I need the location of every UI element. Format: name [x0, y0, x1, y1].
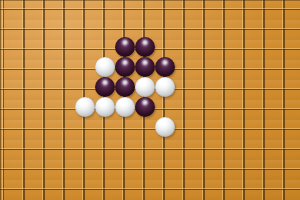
black-stone — [115, 77, 135, 97]
white-stone — [95, 97, 115, 117]
gomoku-board[interactable] — [0, 0, 300, 200]
white-stone — [155, 77, 175, 97]
white-stone — [115, 97, 135, 117]
game-screen — [0, 0, 300, 200]
white-stone — [95, 57, 115, 77]
black-stone — [95, 77, 115, 97]
white-stone — [135, 77, 155, 97]
white-stone — [155, 117, 175, 137]
white-stone — [75, 97, 95, 117]
black-stone — [135, 57, 155, 77]
black-stone — [115, 57, 135, 77]
black-stone — [135, 97, 155, 117]
black-stone — [115, 37, 135, 57]
black-stone — [155, 57, 175, 77]
black-stone — [135, 37, 155, 57]
